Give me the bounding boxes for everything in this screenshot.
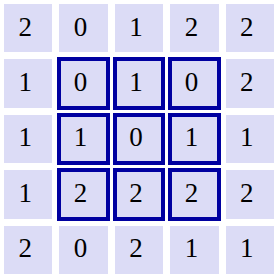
grid-cell-highlighted[interactable]: 2 bbox=[113, 168, 165, 220]
grid-cell[interactable]: 1 bbox=[115, 4, 163, 52]
grid-cell[interactable]: 2 bbox=[4, 226, 52, 274]
cell-digit: 2 bbox=[129, 235, 143, 262]
cell-digit: 2 bbox=[185, 180, 199, 207]
cell-digit: 2 bbox=[185, 14, 199, 41]
cell-digit: 1 bbox=[18, 69, 32, 96]
cell-digit: 0 bbox=[185, 69, 199, 96]
grid-cell[interactable]: 1 bbox=[4, 115, 52, 163]
grid-cell-highlighted[interactable]: 0 bbox=[168, 57, 220, 109]
cell-digit: 0 bbox=[129, 124, 143, 151]
cell-digit: 0 bbox=[74, 14, 88, 41]
cell-digit: 1 bbox=[240, 235, 254, 262]
grid-cell-highlighted[interactable]: 2 bbox=[168, 168, 220, 220]
cell-digit: 2 bbox=[129, 180, 143, 207]
grid-cell[interactable]: 1 bbox=[4, 170, 52, 218]
cell-digit: 2 bbox=[18, 14, 32, 41]
cell-digit: 2 bbox=[240, 69, 254, 96]
grid-cell[interactable]: 0 bbox=[59, 226, 107, 274]
cell-digit: 1 bbox=[185, 235, 199, 262]
grid-cell-highlighted[interactable]: 2 bbox=[57, 168, 109, 220]
grid-cell[interactable]: 2 bbox=[115, 226, 163, 274]
cell-digit: 1 bbox=[74, 124, 88, 151]
cell-digit: 0 bbox=[74, 69, 88, 96]
grid-cell-highlighted[interactable]: 1 bbox=[113, 57, 165, 109]
grid-cell[interactable]: 2 bbox=[226, 170, 274, 218]
puzzle-board: 2012210102110111222220211 bbox=[0, 0, 278, 278]
grid-cell-highlighted[interactable]: 0 bbox=[113, 113, 165, 165]
grid-cell[interactable]: 0 bbox=[59, 4, 107, 52]
grid-cell[interactable]: 2 bbox=[226, 4, 274, 52]
cell-digit: 1 bbox=[185, 124, 199, 151]
grid-cell-highlighted[interactable]: 1 bbox=[168, 113, 220, 165]
cell-digit: 1 bbox=[18, 124, 32, 151]
grid-cell-highlighted[interactable]: 0 bbox=[57, 57, 109, 109]
grid-cell[interactable]: 1 bbox=[226, 226, 274, 274]
grid-cell[interactable]: 1 bbox=[4, 59, 52, 107]
grid-cell[interactable]: 2 bbox=[226, 59, 274, 107]
cell-digit: 2 bbox=[74, 180, 88, 207]
grid-cell[interactable]: 2 bbox=[4, 4, 52, 52]
grid-cell[interactable]: 1 bbox=[170, 226, 218, 274]
grid-cell[interactable]: 1 bbox=[226, 115, 274, 163]
grid-cell[interactable]: 2 bbox=[170, 4, 218, 52]
grid-cell-highlighted[interactable]: 1 bbox=[57, 113, 109, 165]
cell-digit: 1 bbox=[18, 180, 32, 207]
cell-digit: 1 bbox=[129, 14, 143, 41]
cell-digit: 2 bbox=[240, 180, 254, 207]
cell-digit: 0 bbox=[74, 235, 88, 262]
cell-digit: 1 bbox=[240, 124, 254, 151]
cell-digit: 2 bbox=[18, 235, 32, 262]
cell-digit: 1 bbox=[129, 69, 143, 96]
cell-digit: 2 bbox=[240, 14, 254, 41]
